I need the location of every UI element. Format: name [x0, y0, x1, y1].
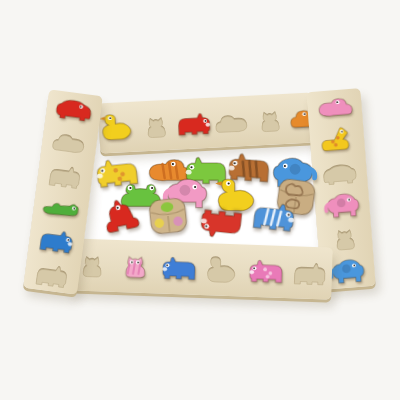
frame-strip-bottom	[69, 238, 333, 299]
slot-filled-dog	[174, 107, 214, 140]
recess-duck[interactable]	[202, 253, 243, 286]
recess-camel[interactable]	[30, 257, 74, 293]
recess-bear[interactable]	[48, 124, 92, 160]
piece-kangaroo[interactable]	[313, 90, 355, 124]
slot-filled-cow	[35, 224, 79, 260]
piece-elephant[interactable]	[326, 254, 368, 288]
recess-camel-shape	[30, 257, 74, 293]
slot-filled-elephant	[326, 254, 368, 288]
recess-lion-shape	[43, 157, 87, 193]
piece-elephant[interactable]	[321, 188, 363, 222]
recess-bear-shape	[48, 124, 92, 160]
slot-filled-elephant	[321, 188, 363, 222]
recess-bear[interactable]	[212, 105, 252, 138]
piece-crocodile[interactable]	[39, 191, 83, 227]
piece-dog[interactable]	[159, 252, 200, 285]
piece-duck[interactable]	[98, 111, 138, 144]
slot-filled-dog	[159, 252, 200, 285]
recess-hippo[interactable]	[319, 156, 361, 190]
slot-filled-crocodile	[39, 191, 83, 227]
slot-filled-cat	[115, 250, 156, 283]
slot-filled-giraffe	[316, 123, 358, 157]
slot-filled-hippo	[52, 91, 96, 127]
slot-filled-pony	[246, 255, 287, 288]
recess-bear-shape	[212, 105, 252, 138]
recess-rabbit[interactable]	[250, 103, 290, 136]
slot-filled-kangaroo	[313, 90, 355, 124]
puzzle-board-photo	[0, 0, 400, 400]
recess-cat[interactable]	[136, 109, 176, 142]
recess-cat-shape	[136, 109, 176, 142]
recess-camel[interactable]	[289, 256, 330, 289]
slot-filled-duck	[98, 111, 138, 144]
recess-rabbit-shape	[250, 103, 290, 136]
recess-hippo-shape	[319, 156, 361, 190]
piece-pony[interactable]	[246, 255, 287, 288]
recess-lion[interactable]	[43, 157, 87, 193]
recess-duck-shape	[202, 253, 243, 286]
recess-camel-shape	[289, 256, 330, 289]
piece-cat[interactable]	[115, 250, 156, 283]
piece-cow[interactable]	[35, 224, 79, 260]
table-surface	[92, 138, 320, 253]
piece-hippo[interactable]	[52, 91, 96, 127]
piece-dog[interactable]	[174, 107, 214, 140]
piece-giraffe[interactable]	[316, 123, 358, 157]
